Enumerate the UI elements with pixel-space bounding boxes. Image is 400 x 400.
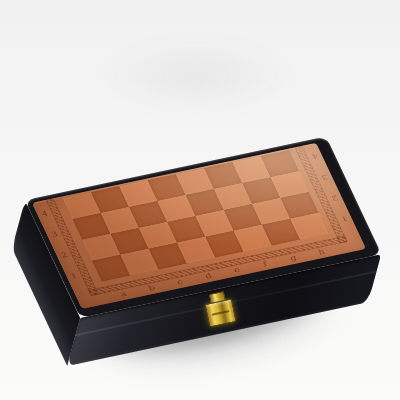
photo-stage: 4321 4321 abcdefgh [0, 0, 400, 400]
background-vignette [68, 26, 323, 126]
clasp-body [204, 298, 236, 327]
